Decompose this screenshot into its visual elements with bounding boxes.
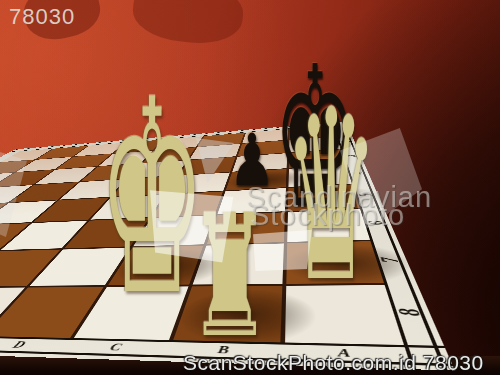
chess-photo-scene: HGFEDCBA12345678 ♜♚♛♚♟ 78030 Scandinavia… [0,0,500,375]
piece-white-rook[interactable]: ♜ [188,192,271,361]
rank-label-7: 7 [374,255,405,265]
rank-label-8: 8 [390,305,429,319]
file-label-a: A [312,346,378,361]
piece-white-queen[interactable]: ♛ [283,79,378,315]
file-label-d: D [0,339,46,351]
